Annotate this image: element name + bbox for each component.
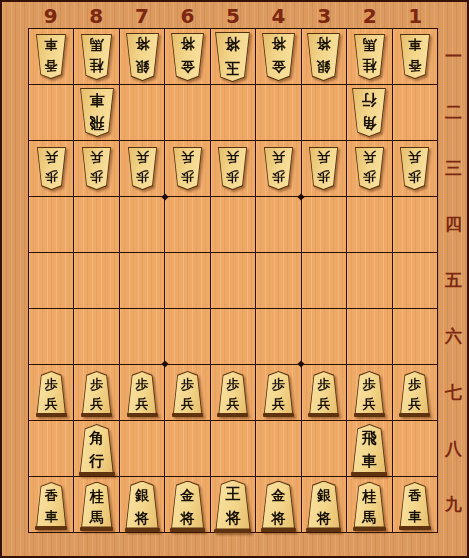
piece-kanji: 玉 <box>225 60 240 75</box>
square-6-6[interactable] <box>165 309 209 364</box>
piece-body: 歩兵 <box>354 371 385 414</box>
piece-gote-gold[interactable]: 金将 <box>170 33 205 81</box>
piece-face: 角行 <box>352 89 386 136</box>
square-7-3[interactable]: 歩兵 <box>120 141 164 196</box>
piece-sente-knight[interactable]: 桂馬 <box>353 482 386 528</box>
piece-face: 歩兵 <box>37 372 66 413</box>
square-1-3[interactable]: 歩兵 <box>393 141 437 196</box>
piece-base-shadow <box>399 413 430 417</box>
piece-gote-gold[interactable]: 金将 <box>261 33 296 81</box>
piece-kanji: 歩 <box>317 170 330 183</box>
square-9-3[interactable]: 歩兵 <box>29 141 73 196</box>
piece-face: 香車 <box>400 35 430 78</box>
piece-outline: 香車 <box>35 34 67 79</box>
piece-face: 歩兵 <box>309 148 338 189</box>
piece-face: 銀将 <box>307 482 340 528</box>
piece-face: 歩兵 <box>37 148 66 189</box>
piece-kanji: 飛 <box>89 115 104 130</box>
piece-kanji: 歩 <box>181 378 194 391</box>
piece-kanji: 香 <box>45 489 58 502</box>
piece-sente-silver[interactable]: 銀将 <box>306 481 341 529</box>
square-9-4[interactable] <box>29 197 73 252</box>
square-4-2[interactable] <box>256 85 300 140</box>
piece-kanji: 兵 <box>408 151 421 164</box>
piece-body: 歩兵 <box>81 147 112 190</box>
square-5-2[interactable] <box>211 85 255 140</box>
piece-face: 飛車 <box>80 89 114 136</box>
piece-body: 歩兵 <box>81 371 112 414</box>
piece-outline: 歩兵 <box>81 371 112 414</box>
square-8-8[interactable]: 角行 <box>74 421 118 476</box>
piece-outline: 歩兵 <box>308 147 339 190</box>
piece-sente-gold[interactable]: 金将 <box>170 481 205 529</box>
piece-kanji: 飛 <box>362 431 377 446</box>
piece-kanji: 歩 <box>136 170 149 183</box>
piece-sente-pawn[interactable]: 歩兵 <box>399 371 430 414</box>
square-6-4[interactable] <box>165 197 209 252</box>
piece-kanji: 将 <box>317 37 331 51</box>
square-3-4[interactable] <box>302 197 346 252</box>
square-9-5[interactable] <box>29 253 73 308</box>
file-label-1: 1 <box>392 3 438 29</box>
piece-face: 歩兵 <box>355 372 384 413</box>
piece-gote-pawn[interactable]: 歩兵 <box>81 147 112 190</box>
piece-face: 歩兵 <box>264 148 293 189</box>
piece-gote-pawn[interactable]: 歩兵 <box>127 147 158 190</box>
piece-body: 香車 <box>399 34 431 79</box>
piece-kanji: 兵 <box>272 397 285 410</box>
piece-body: 桂馬 <box>353 34 386 80</box>
piece-sente-pawn[interactable]: 歩兵 <box>354 371 385 414</box>
square-7-4[interactable] <box>120 197 164 252</box>
square-8-2[interactable]: 飛車 <box>74 85 118 140</box>
piece-face: 王将 <box>215 481 250 529</box>
piece-kanji: 兵 <box>317 151 330 164</box>
piece-body: 歩兵 <box>263 371 294 414</box>
square-5-6[interactable] <box>211 309 255 364</box>
square-3-7[interactable]: 歩兵 <box>302 365 346 420</box>
square-4-3[interactable]: 歩兵 <box>256 141 300 196</box>
square-2-4[interactable] <box>347 197 391 252</box>
square-1-4[interactable] <box>393 197 437 252</box>
piece-kanji: 金 <box>271 488 285 502</box>
square-1-5[interactable] <box>393 253 437 308</box>
square-3-2[interactable] <box>302 85 346 140</box>
file-label-5: 5 <box>210 3 256 29</box>
square-7-9[interactable]: 銀将 <box>120 477 164 532</box>
piece-outline: 銀将 <box>306 481 341 529</box>
piece-body: 歩兵 <box>172 371 203 414</box>
piece-face: 桂馬 <box>81 35 112 79</box>
piece-face: 歩兵 <box>82 372 111 413</box>
square-4-5[interactable] <box>256 253 300 308</box>
piece-base-shadow <box>214 529 251 533</box>
piece-outline: 金将 <box>261 33 296 81</box>
piece-kanji: 馬 <box>362 38 376 52</box>
piece-outline: 香車 <box>35 482 67 527</box>
piece-base-shadow <box>399 526 431 530</box>
piece-sente-pawn[interactable]: 歩兵 <box>36 371 67 414</box>
file-label-4: 4 <box>256 3 302 29</box>
piece-sente-pawn[interactable]: 歩兵 <box>263 371 294 414</box>
piece-outline: 銀将 <box>125 481 160 529</box>
piece-kanji: 将 <box>135 37 149 51</box>
piece-kanji: 馬 <box>90 510 104 524</box>
piece-face: 歩兵 <box>400 148 429 189</box>
piece-base-shadow <box>36 413 67 417</box>
piece-sente-knight[interactable]: 桂馬 <box>80 482 113 528</box>
square-8-4[interactable] <box>74 197 118 252</box>
piece-kanji: 金 <box>271 60 285 74</box>
piece-outline: 歩兵 <box>81 147 112 190</box>
piece-kanji: 兵 <box>408 397 421 410</box>
square-2-9[interactable]: 桂馬 <box>347 477 391 532</box>
piece-face: 銀将 <box>307 34 340 80</box>
piece-face: 歩兵 <box>128 372 157 413</box>
square-3-1[interactable]: 銀将 <box>302 29 346 84</box>
piece-body: 香車 <box>35 482 67 527</box>
piece-kanji: 将 <box>225 511 240 526</box>
piece-face: 金将 <box>262 34 295 80</box>
piece-outline: 歩兵 <box>36 371 67 414</box>
square-1-8[interactable] <box>393 421 437 476</box>
piece-kanji: 銀 <box>135 488 149 502</box>
piece-body: 桂馬 <box>80 482 113 528</box>
piece-body: 金将 <box>170 481 205 529</box>
piece-gote-pawn[interactable]: 歩兵 <box>217 147 248 190</box>
piece-body: 歩兵 <box>308 371 339 414</box>
piece-gote-pawn[interactable]: 歩兵 <box>263 147 294 190</box>
square-2-5[interactable] <box>347 253 391 308</box>
piece-base-shadow <box>79 472 115 476</box>
square-3-5[interactable] <box>302 253 346 308</box>
square-7-2[interactable] <box>120 85 164 140</box>
piece-body: 歩兵 <box>399 147 430 190</box>
square-1-1[interactable]: 香車 <box>393 29 437 84</box>
square-4-6[interactable] <box>256 309 300 364</box>
piece-face: 歩兵 <box>82 148 111 189</box>
piece-base-shadow <box>172 413 203 417</box>
piece-kanji: 角 <box>89 431 104 446</box>
piece-kanji: 桂 <box>90 489 104 503</box>
piece-body: 歩兵 <box>36 371 67 414</box>
square-8-9[interactable]: 桂馬 <box>74 477 118 532</box>
piece-gote-rook[interactable]: 飛車 <box>79 88 115 137</box>
piece-outline: 金将 <box>261 481 296 529</box>
piece-outline: 王将 <box>214 480 251 530</box>
square-2-7[interactable]: 歩兵 <box>347 365 391 420</box>
piece-outline: 歩兵 <box>127 371 158 414</box>
rank-label-5: 五 <box>438 252 469 308</box>
piece-kanji: 兵 <box>181 151 194 164</box>
square-2-2[interactable]: 角行 <box>347 85 391 140</box>
square-4-7[interactable]: 歩兵 <box>256 365 300 420</box>
piece-sente-bishop[interactable]: 角行 <box>79 424 115 473</box>
piece-gote-silver[interactable]: 銀将 <box>125 33 160 81</box>
square-9-6[interactable] <box>29 309 73 364</box>
piece-face: 香車 <box>36 35 66 78</box>
piece-outline: 銀将 <box>125 33 160 81</box>
square-8-3[interactable]: 歩兵 <box>74 141 118 196</box>
square-4-1[interactable]: 金将 <box>256 29 300 84</box>
square-2-8[interactable]: 飛車 <box>347 421 391 476</box>
piece-kanji: 将 <box>271 37 285 51</box>
piece-body: 歩兵 <box>399 371 430 414</box>
piece-body: 銀将 <box>125 481 160 529</box>
piece-kanji: 桂 <box>362 59 376 73</box>
piece-body: 角行 <box>79 424 115 473</box>
piece-body: 歩兵 <box>127 147 158 190</box>
piece-gote-bishop[interactable]: 角行 <box>351 88 387 137</box>
piece-face: 歩兵 <box>264 372 293 413</box>
piece-sente-silver[interactable]: 銀将 <box>125 481 160 529</box>
piece-kanji: 金 <box>181 488 195 502</box>
piece-outline: 歩兵 <box>217 371 248 414</box>
piece-body: 金将 <box>261 33 296 81</box>
square-8-5[interactable] <box>74 253 118 308</box>
square-7-6[interactable] <box>120 309 164 364</box>
piece-face: 香車 <box>36 483 66 526</box>
square-7-1[interactable]: 銀将 <box>120 29 164 84</box>
piece-sente-king[interactable]: 王将 <box>214 480 251 530</box>
piece-kanji: 歩 <box>45 170 58 183</box>
rank-label-4: 四 <box>438 196 469 252</box>
piece-kanji: 桂 <box>362 489 376 503</box>
square-2-1[interactable]: 桂馬 <box>347 29 391 84</box>
square-3-8[interactable] <box>302 421 346 476</box>
square-6-3[interactable]: 歩兵 <box>165 141 209 196</box>
shogi-board-window: 987654321 香車桂馬銀将金将玉将金将銀将桂馬香車飛車角行歩兵歩兵歩兵歩兵… <box>0 0 469 558</box>
file-label-6: 6 <box>165 3 211 29</box>
square-6-1[interactable]: 金将 <box>165 29 209 84</box>
piece-gote-lance[interactable]: 香車 <box>35 34 67 79</box>
piece-kanji: 香 <box>408 489 421 502</box>
square-7-7[interactable]: 歩兵 <box>120 365 164 420</box>
square-5-3[interactable]: 歩兵 <box>211 141 255 196</box>
piece-sente-gold[interactable]: 金将 <box>261 481 296 529</box>
square-1-9[interactable]: 香車 <box>393 477 437 532</box>
piece-body: 歩兵 <box>36 147 67 190</box>
piece-base-shadow <box>81 413 112 417</box>
square-8-1[interactable]: 桂馬 <box>74 29 118 84</box>
piece-kanji: 歩 <box>90 378 103 391</box>
piece-kanji: 歩 <box>226 170 239 183</box>
piece-kanji: 将 <box>225 36 240 51</box>
piece-body: 銀将 <box>306 33 341 81</box>
square-7-5[interactable] <box>120 253 164 308</box>
piece-kanji: 銀 <box>317 488 331 502</box>
piece-kanji: 車 <box>45 510 58 523</box>
piece-body: 歩兵 <box>308 147 339 190</box>
square-9-7[interactable]: 歩兵 <box>29 365 73 420</box>
piece-kanji: 兵 <box>181 397 194 410</box>
square-9-9[interactable]: 香車 <box>29 477 73 532</box>
square-5-5[interactable] <box>211 253 255 308</box>
piece-kanji: 歩 <box>363 170 376 183</box>
piece-face: 歩兵 <box>173 372 202 413</box>
piece-sente-pawn[interactable]: 歩兵 <box>217 371 248 414</box>
square-5-8[interactable] <box>211 421 255 476</box>
piece-kanji: 兵 <box>226 151 239 164</box>
piece-sente-lance[interactable]: 香車 <box>399 482 431 527</box>
square-1-7[interactable]: 歩兵 <box>393 365 437 420</box>
piece-sente-pawn[interactable]: 歩兵 <box>81 371 112 414</box>
piece-kanji: 兵 <box>90 397 103 410</box>
piece-gote-pawn[interactable]: 歩兵 <box>172 147 203 190</box>
piece-outline: 飛車 <box>351 424 387 473</box>
square-5-4[interactable] <box>211 197 255 252</box>
piece-kanji: 歩 <box>272 378 285 391</box>
square-6-7[interactable]: 歩兵 <box>165 365 209 420</box>
piece-base-shadow <box>354 413 385 417</box>
rank-labels: 一二三四五六七八九 <box>438 28 469 533</box>
square-3-3[interactable]: 歩兵 <box>302 141 346 196</box>
square-4-4[interactable] <box>256 197 300 252</box>
piece-body: 銀将 <box>125 33 160 81</box>
piece-base-shadow <box>35 526 67 530</box>
piece-gote-silver[interactable]: 銀将 <box>306 33 341 81</box>
piece-body: 金将 <box>261 481 296 529</box>
square-6-2[interactable] <box>165 85 209 140</box>
piece-kanji: 兵 <box>90 151 103 164</box>
piece-gote-knight[interactable]: 桂馬 <box>80 34 113 80</box>
piece-gote-lance[interactable]: 香車 <box>399 34 431 79</box>
square-9-1[interactable]: 香車 <box>29 29 73 84</box>
piece-body: 飛車 <box>351 424 387 473</box>
piece-body: 歩兵 <box>354 147 385 190</box>
piece-outline: 歩兵 <box>172 147 203 190</box>
piece-face: 飛車 <box>352 425 386 472</box>
piece-outline: 歩兵 <box>399 147 430 190</box>
rank-label-7: 七 <box>438 365 469 421</box>
square-9-8[interactable] <box>29 421 73 476</box>
piece-base-shadow <box>217 413 248 417</box>
square-3-6[interactable] <box>302 309 346 364</box>
square-6-5[interactable] <box>165 253 209 308</box>
piece-kanji: 将 <box>271 511 285 525</box>
piece-sente-pawn[interactable]: 歩兵 <box>127 371 158 414</box>
square-5-9[interactable]: 王将 <box>211 477 255 532</box>
piece-outline: 歩兵 <box>127 147 158 190</box>
piece-kanji: 銀 <box>317 60 331 74</box>
square-1-2[interactable] <box>393 85 437 140</box>
piece-body: 金将 <box>170 33 205 81</box>
piece-kanji: 将 <box>317 511 331 525</box>
piece-kanji: 兵 <box>136 151 149 164</box>
file-label-8: 8 <box>74 3 120 29</box>
piece-face: 金将 <box>171 34 204 80</box>
piece-sente-pawn[interactable]: 歩兵 <box>172 371 203 414</box>
piece-outline: 歩兵 <box>36 147 67 190</box>
piece-base-shadow <box>170 528 205 532</box>
piece-face: 金将 <box>262 482 295 528</box>
piece-outline: 歩兵 <box>217 147 248 190</box>
piece-face: 銀将 <box>126 34 159 80</box>
square-4-9[interactable]: 金将 <box>256 477 300 532</box>
piece-face: 歩兵 <box>173 148 202 189</box>
piece-gote-pawn[interactable]: 歩兵 <box>399 147 430 190</box>
piece-body: 飛車 <box>79 88 115 137</box>
piece-body: 玉将 <box>214 32 251 82</box>
square-4-8[interactable] <box>256 421 300 476</box>
piece-kanji: 車 <box>408 510 421 523</box>
square-5-1[interactable]: 玉将 <box>211 29 255 84</box>
piece-kanji: 歩 <box>363 378 376 391</box>
square-2-3[interactable]: 歩兵 <box>347 141 391 196</box>
rank-label-9: 九 <box>438 477 469 533</box>
piece-base-shadow <box>80 527 113 531</box>
square-8-7[interactable]: 歩兵 <box>74 365 118 420</box>
piece-gote-pawn[interactable]: 歩兵 <box>308 147 339 190</box>
piece-gote-pawn[interactable]: 歩兵 <box>36 147 67 190</box>
square-2-6[interactable] <box>347 309 391 364</box>
piece-gote-knight[interactable]: 桂馬 <box>353 34 386 80</box>
piece-kanji: 歩 <box>408 170 421 183</box>
piece-outline: 桂馬 <box>80 482 113 528</box>
piece-body: 歩兵 <box>263 147 294 190</box>
square-9-2[interactable] <box>29 85 73 140</box>
piece-face: 銀将 <box>126 482 159 528</box>
square-3-9[interactable]: 銀将 <box>302 477 346 532</box>
piece-body: 王将 <box>214 480 251 530</box>
rank-label-1: 一 <box>438 28 469 84</box>
piece-kanji: 行 <box>89 454 104 469</box>
piece-body: 角行 <box>351 88 387 137</box>
piece-face: 桂馬 <box>354 483 385 527</box>
piece-kanji: 兵 <box>272 151 285 164</box>
piece-face: 歩兵 <box>400 372 429 413</box>
piece-kanji: 兵 <box>363 397 376 410</box>
piece-gote-pawn[interactable]: 歩兵 <box>354 147 385 190</box>
file-label-2: 2 <box>347 3 393 29</box>
piece-kanji: 桂 <box>90 59 104 73</box>
piece-outline: 香車 <box>399 482 431 527</box>
piece-gote-king[interactable]: 玉将 <box>214 32 251 82</box>
piece-face: 歩兵 <box>218 372 247 413</box>
piece-outline: 歩兵 <box>263 371 294 414</box>
rank-label-2: 二 <box>438 84 469 140</box>
piece-sente-lance[interactable]: 香車 <box>35 482 67 527</box>
piece-kanji: 歩 <box>317 378 330 391</box>
rank-label-6: 六 <box>438 309 469 365</box>
piece-face: 桂馬 <box>354 35 385 79</box>
piece-kanji: 角 <box>362 115 377 130</box>
piece-outline: 歩兵 <box>399 371 430 414</box>
piece-outline: 飛車 <box>79 88 115 137</box>
piece-kanji: 将 <box>181 37 195 51</box>
piece-sente-pawn[interactable]: 歩兵 <box>308 371 339 414</box>
piece-face: 金将 <box>171 482 204 528</box>
piece-sente-rook[interactable]: 飛車 <box>351 424 387 473</box>
piece-face: 玉将 <box>215 33 250 81</box>
piece-outline: 角行 <box>79 424 115 473</box>
piece-outline: 歩兵 <box>354 371 385 414</box>
piece-base-shadow <box>263 413 294 417</box>
piece-body: 香車 <box>35 34 67 79</box>
piece-body: 歩兵 <box>172 147 203 190</box>
piece-outline: 桂馬 <box>353 34 386 80</box>
square-1-6[interactable] <box>393 309 437 364</box>
square-6-8[interactable] <box>165 421 209 476</box>
piece-base-shadow <box>308 413 339 417</box>
piece-body: 歩兵 <box>217 371 248 414</box>
square-6-9[interactable]: 金将 <box>165 477 209 532</box>
piece-kanji: 行 <box>362 92 377 107</box>
square-5-7[interactable]: 歩兵 <box>211 365 255 420</box>
square-8-6[interactable] <box>74 309 118 364</box>
square-7-8[interactable] <box>120 421 164 476</box>
piece-body: 桂馬 <box>353 482 386 528</box>
